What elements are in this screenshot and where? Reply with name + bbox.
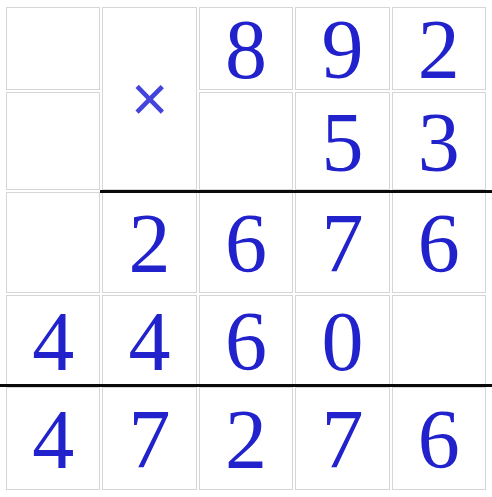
- operator-times-cell: ×: [102, 7, 196, 190]
- digit-cell-r3c1: [6, 192, 100, 293]
- digit-cell-r5c5: 6: [392, 387, 486, 490]
- digit-cell-r1c3: 8: [199, 7, 293, 90]
- digit-cell-r1c4: 9: [295, 7, 389, 90]
- digit-cell-r2c1: [6, 92, 100, 190]
- partial-product-rule-line: [100, 190, 492, 193]
- digit-cell-r4c3: 6: [199, 295, 293, 385]
- digit-cell-r3c3: 6: [199, 192, 293, 293]
- digit-cell-r2c4: 5: [295, 92, 389, 190]
- multiplication-grid: ×892532676446047276: [6, 7, 486, 490]
- digit-cell-r2c3: [199, 92, 293, 190]
- digit-cell-r5c1: 4: [6, 387, 100, 490]
- answer-rule-line: [0, 384, 492, 387]
- multiplication-worksheet: ×892532676446047276: [0, 0, 492, 497]
- digit-cell-r5c2: 7: [102, 387, 196, 490]
- digit-cell-r5c3: 2: [199, 387, 293, 490]
- digit-cell-r5c4: 7: [295, 387, 389, 490]
- digit-cell-r4c4: 0: [295, 295, 389, 385]
- digit-cell-r3c2: 2: [102, 192, 196, 293]
- digit-cell-r3c5: 6: [392, 192, 486, 293]
- digit-cell-r1c5: 2: [392, 7, 486, 90]
- digit-cell-r4c2: 4: [102, 295, 196, 385]
- digit-cell-r1c1: [6, 7, 100, 90]
- digit-cell-r4c1: 4: [6, 295, 100, 385]
- digit-cell-r4c5: [392, 295, 486, 385]
- digit-cell-r2c5: 3: [392, 92, 486, 190]
- digit-cell-r3c4: 7: [295, 192, 389, 293]
